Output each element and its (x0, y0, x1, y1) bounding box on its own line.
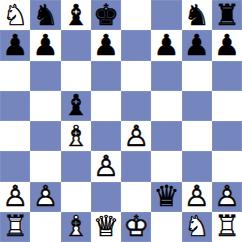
square-h2[interactable]: ♟︎♙︎ (212, 182, 242, 212)
square-f4[interactable] (151, 121, 181, 151)
white-piece-outline-layer: ♙︎ (123, 122, 149, 151)
white-piece-outline-layer: ♔︎ (123, 212, 149, 241)
black-pawn-piece[interactable]: ♟︎ (151, 30, 181, 60)
white-piece-outline-layer: ♙︎ (2, 182, 28, 211)
square-b8[interactable]: ♞︎ (30, 0, 60, 30)
square-h3[interactable] (212, 151, 242, 181)
white-pawn-piece[interactable]: ♟︎♙︎ (121, 121, 151, 151)
white-pawn-piece[interactable]: ♟︎♙︎ (0, 182, 30, 212)
square-c7[interactable] (61, 30, 91, 60)
white-piece-outline-layer: ♘︎ (2, 1, 28, 30)
square-g7[interactable]: ♟︎ (182, 30, 212, 60)
square-g1[interactable]: ♞︎♘︎ (182, 212, 212, 242)
square-d1[interactable]: ♛︎♕︎ (91, 212, 121, 242)
square-e7[interactable] (121, 30, 151, 60)
square-e2[interactable] (121, 182, 151, 212)
black-pawn-piece[interactable]: ♟︎ (0, 30, 30, 60)
white-piece-outline-layer: ♙︎ (184, 182, 210, 211)
black-queen-piece[interactable]: ♛︎ (151, 182, 181, 212)
white-piece-outline-layer: ♙︎ (214, 182, 240, 211)
square-c2[interactable] (61, 182, 91, 212)
black-pawn-piece[interactable]: ♟︎ (212, 30, 242, 60)
white-bishop-piece[interactable]: ♝︎♗︎ (61, 121, 91, 151)
square-a5[interactable] (0, 91, 30, 121)
square-f1[interactable] (151, 212, 181, 242)
square-g5[interactable] (182, 91, 212, 121)
square-h6[interactable] (212, 61, 242, 91)
square-b5[interactable] (30, 91, 60, 121)
square-d2[interactable] (91, 182, 121, 212)
square-c1[interactable]: ♝︎♗︎ (61, 212, 91, 242)
black-bishop-piece[interactable]: ♝︎ (61, 0, 91, 30)
square-e4[interactable]: ♟︎♙︎ (121, 121, 151, 151)
square-h4[interactable] (212, 121, 242, 151)
black-rook-piece[interactable]: ♜︎ (212, 0, 242, 30)
white-piece-outline-layer: ♘︎ (184, 212, 210, 241)
square-f5[interactable] (151, 91, 181, 121)
square-g8[interactable]: ♞︎ (182, 0, 212, 30)
square-h5[interactable] (212, 91, 242, 121)
white-pawn-piece[interactable]: ♟︎♙︎ (30, 182, 60, 212)
square-a1[interactable]: ♜︎♖︎ (0, 212, 30, 242)
white-knight-piece[interactable]: ♞︎♘︎ (182, 212, 212, 242)
white-piece-outline-layer: ♗︎ (63, 122, 89, 151)
square-a8[interactable]: ♞︎♘︎ (0, 0, 30, 30)
white-piece-outline-layer: ♖︎ (214, 212, 240, 241)
white-piece-outline-layer: ♙︎ (93, 152, 119, 181)
white-piece-outline-layer: ♖︎ (2, 212, 28, 241)
white-knight-piece[interactable]: ♞︎♘︎ (0, 0, 30, 30)
white-pawn-piece[interactable]: ♟︎♙︎ (91, 151, 121, 181)
square-c5[interactable]: ♝︎ (61, 91, 91, 121)
black-king-piece[interactable]: ♚︎ (91, 0, 121, 30)
square-b6[interactable] (30, 61, 60, 91)
square-e8[interactable] (121, 0, 151, 30)
square-g2[interactable]: ♟︎♙︎ (182, 182, 212, 212)
square-h1[interactable]: ♜︎♖︎ (212, 212, 242, 242)
square-a3[interactable] (0, 151, 30, 181)
white-pawn-piece[interactable]: ♟︎♙︎ (212, 182, 242, 212)
white-piece-outline-layer: ♗︎ (63, 212, 89, 241)
square-d7[interactable]: ♟︎ (91, 30, 121, 60)
white-king-piece[interactable]: ♚︎♔︎ (121, 212, 151, 242)
square-d3[interactable]: ♟︎♙︎ (91, 151, 121, 181)
white-piece-outline-layer: ♙︎ (32, 182, 58, 211)
white-queen-piece[interactable]: ♛︎♕︎ (91, 212, 121, 242)
square-e1[interactable]: ♚︎♔︎ (121, 212, 151, 242)
square-h7[interactable]: ♟︎ (212, 30, 242, 60)
square-e3[interactable] (121, 151, 151, 181)
square-f3[interactable] (151, 151, 181, 181)
white-rook-piece[interactable]: ♜︎♖︎ (0, 212, 30, 242)
square-d8[interactable]: ♚︎ (91, 0, 121, 30)
square-e6[interactable] (121, 61, 151, 91)
square-b1[interactable] (30, 212, 60, 242)
white-rook-piece[interactable]: ♜︎♖︎ (212, 212, 242, 242)
square-b7[interactable]: ♟︎ (30, 30, 60, 60)
square-b4[interactable] (30, 121, 60, 151)
square-a7[interactable]: ♟︎ (0, 30, 30, 60)
white-piece-outline-layer: ♕︎ (93, 212, 119, 241)
square-b2[interactable]: ♟︎♙︎ (30, 182, 60, 212)
square-a2[interactable]: ♟︎♙︎ (0, 182, 30, 212)
square-c3[interactable] (61, 151, 91, 181)
square-b3[interactable] (30, 151, 60, 181)
square-d5[interactable] (91, 91, 121, 121)
black-bishop-piece[interactable]: ♝︎ (61, 91, 91, 121)
square-e5[interactable] (121, 91, 151, 121)
square-h8[interactable]: ♜︎ (212, 0, 242, 30)
square-f7[interactable]: ♟︎ (151, 30, 181, 60)
square-g4[interactable] (182, 121, 212, 151)
square-d6[interactable] (91, 61, 121, 91)
white-bishop-piece[interactable]: ♝︎♗︎ (61, 212, 91, 242)
white-pawn-piece[interactable]: ♟︎♙︎ (182, 182, 212, 212)
square-a4[interactable] (0, 121, 30, 151)
square-d4[interactable] (91, 121, 121, 151)
square-c8[interactable]: ♝︎ (61, 0, 91, 30)
square-f8[interactable] (151, 0, 181, 30)
black-knight-piece[interactable]: ♞︎ (30, 0, 60, 30)
chess-board: ♞︎♘︎♞︎♝︎♚︎♞︎♜︎♟︎♟︎♟︎♟︎♟︎♟︎♝︎♝︎♗︎♟︎♙︎♟︎♙︎… (0, 0, 242, 242)
black-pawn-piece[interactable]: ♟︎ (30, 30, 60, 60)
square-f6[interactable] (151, 61, 181, 91)
square-c4[interactable]: ♝︎♗︎ (61, 121, 91, 151)
black-knight-piece[interactable]: ♞︎ (182, 0, 212, 30)
square-f2[interactable]: ♛︎ (151, 182, 181, 212)
square-a6[interactable] (0, 61, 30, 91)
black-pawn-piece[interactable]: ♟︎ (182, 30, 212, 60)
square-c6[interactable] (61, 61, 91, 91)
square-g6[interactable] (182, 61, 212, 91)
black-pawn-piece[interactable]: ♟︎ (91, 30, 121, 60)
square-g3[interactable] (182, 151, 212, 181)
